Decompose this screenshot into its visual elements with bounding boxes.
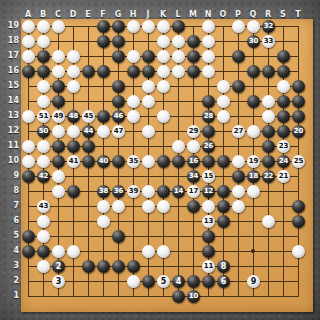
stone-D8 [67,185,80,198]
stone-G8-move-36: 36 [112,185,125,198]
stone-Q2-move-9: 9 [247,275,260,288]
stone-N9-move-15: 15 [202,170,215,183]
stone-T15 [292,80,305,93]
column-label-P: P [231,10,246,19]
row-label-5: 5 [2,231,19,240]
stone-R16 [262,65,275,78]
stone-A5 [22,230,35,243]
row-label-15: 15 [2,81,19,90]
hoshi-point [251,249,255,253]
stone-N18 [202,35,215,48]
stone-M16 [187,65,200,78]
stone-B9-move-42: 42 [37,170,50,183]
column-label-C: C [51,10,66,19]
column-label-Q: Q [246,10,261,19]
stone-C13-move-49: 49 [52,110,65,123]
stone-Q16 [247,65,260,78]
stone-S15 [277,80,290,93]
stone-M11 [187,140,200,153]
row-label-8: 8 [2,186,19,195]
stone-R12 [262,125,275,138]
goban[interactable]: 3230335149484546285044472927202623414035… [21,19,313,312]
column-label-H: H [126,10,141,19]
column-label-O: O [216,10,231,19]
stone-Q12 [247,125,260,138]
stone-A18 [22,35,35,48]
stone-C12 [52,125,65,138]
stone-K18 [157,35,170,48]
stone-P19 [232,20,245,33]
stone-S12 [277,125,290,138]
stone-B14 [37,95,50,108]
row-label-4: 4 [2,246,19,255]
go-diagram-screenshot: ABCDEFGHJKLMNOPQRST 19181716151413121110… [0,0,320,320]
stone-B10 [37,155,50,168]
stone-T14 [292,95,305,108]
stone-J7 [142,200,155,213]
grid-line-horizontal [28,266,299,267]
stone-G14 [112,95,125,108]
stone-G12-move-47: 47 [112,125,125,138]
grid-line-horizontal [28,221,299,222]
stone-H8-move-39: 39 [127,185,140,198]
stone-O6 [217,215,230,228]
stone-K15 [157,80,170,93]
stone-J14 [142,95,155,108]
stone-C9 [52,170,65,183]
stone-N7 [202,200,215,213]
stone-F19 [97,20,110,33]
stone-J19 [142,20,155,33]
stone-F6 [97,215,110,228]
column-label-J: J [141,10,156,19]
stone-E16 [82,65,95,78]
stone-L11 [172,140,185,153]
stone-J12 [142,125,155,138]
row-label-1: 1 [2,291,19,300]
column-label-F: F [96,10,111,19]
stone-H17 [127,50,140,63]
stone-F18 [97,35,110,48]
stone-N16 [202,65,215,78]
stone-G10 [112,155,125,168]
stone-G5 [112,230,125,243]
stone-B19 [37,20,50,33]
stone-B5 [37,230,50,243]
stone-A11 [22,140,35,153]
stone-C2-move-3: 3 [52,275,65,288]
stone-F12 [97,125,110,138]
stone-J16 [142,65,155,78]
stone-B13-move-51: 51 [37,110,50,123]
stone-Q18-move-30: 30 [247,35,260,48]
stone-B3 [37,260,50,273]
stone-G7 [112,200,125,213]
row-label-19: 19 [2,21,19,30]
stone-G15 [112,80,125,93]
stone-O15 [217,80,230,93]
row-label-18: 18 [2,36,19,45]
stone-Q8 [247,185,260,198]
stone-P15 [232,80,245,93]
stone-K10 [157,155,170,168]
stone-F13 [97,110,110,123]
stone-C17 [52,50,65,63]
stone-P9 [232,170,245,183]
row-label-10: 10 [2,156,19,165]
stone-M10-move-16: 16 [187,155,200,168]
stone-S17 [277,50,290,63]
stone-L16 [172,65,185,78]
stone-M9-move-34: 34 [187,170,200,183]
stone-T6 [292,215,305,228]
stone-K13 [157,110,170,123]
stone-B15 [37,80,50,93]
stone-E11 [82,140,95,153]
stone-T12-move-20: 20 [292,125,305,138]
stone-O14 [217,95,230,108]
stone-B4 [37,245,50,258]
stone-G19 [112,20,125,33]
column-label-B: B [36,10,51,19]
stone-L2-move-4: 4 [172,275,185,288]
stone-K8 [157,185,170,198]
stone-C10 [52,155,65,168]
stone-L8-move-14: 14 [172,185,185,198]
stone-R14 [262,95,275,108]
stone-H16 [127,65,140,78]
stone-G13-move-46: 46 [112,110,125,123]
stone-D4 [67,245,80,258]
stone-B16 [37,65,50,78]
stone-O2-move-6: 6 [217,275,230,288]
row-label-11: 11 [2,141,19,150]
stone-C14 [52,95,65,108]
stone-N8-move-12: 12 [202,185,215,198]
stone-A10 [22,155,35,168]
stone-P10 [232,155,245,168]
stone-A4 [22,245,35,258]
stone-M18 [187,35,200,48]
stone-B7-move-43: 43 [37,200,50,213]
stone-N6-move-13: 13 [202,215,215,228]
column-label-N: N [201,10,216,19]
stone-F3 [97,260,110,273]
stone-D13-move-48: 48 [67,110,80,123]
stone-N4 [202,245,215,258]
stone-H2 [127,275,140,288]
row-label-13: 13 [2,111,19,120]
stone-S14 [277,95,290,108]
stone-J17 [142,50,155,63]
stone-T13 [292,110,305,123]
stone-A16 [22,65,35,78]
row-label-16: 16 [2,66,19,75]
column-label-K: K [156,10,171,19]
column-label-M: M [186,10,201,19]
row-label-3: 3 [2,261,19,270]
stone-J2 [142,275,155,288]
stone-L19 [172,20,185,33]
stone-C8 [52,185,65,198]
stone-H14 [127,95,140,108]
stone-N10 [202,155,215,168]
stone-E3 [82,260,95,273]
row-label-6: 6 [2,216,19,225]
stone-H3 [127,260,140,273]
stone-P8 [232,185,245,198]
stone-O13 [217,110,230,123]
stone-D16 [67,65,80,78]
stone-F8-move-38: 38 [97,185,110,198]
stone-K4 [157,245,170,258]
stone-D15 [67,80,80,93]
stone-S13 [277,110,290,123]
stone-Q14 [247,95,260,108]
row-label-17: 17 [2,51,19,60]
stone-B6 [37,215,50,228]
stone-M1-move-10: 10 [187,290,200,303]
column-label-S: S [276,10,291,19]
stone-P12-move-27: 27 [232,125,245,138]
stone-J15 [142,80,155,93]
stone-Q9-move-18: 18 [247,170,260,183]
row-label-9: 9 [2,171,19,180]
stone-K16 [157,65,170,78]
stone-M7 [187,200,200,213]
stone-F10-move-40: 40 [97,155,110,168]
stone-S10-move-24: 24 [277,155,290,168]
stone-C16 [52,65,65,78]
column-label-A: A [21,10,36,19]
stone-C3-move-2: 2 [52,260,65,273]
stone-O10 [217,155,230,168]
stone-N11-move-26: 26 [202,140,215,153]
stone-R19-move-32: 32 [262,20,275,33]
stone-N12 [202,125,215,138]
stone-D12 [67,125,80,138]
stone-P7 [232,200,245,213]
stone-A13 [22,110,35,123]
stone-D17 [67,50,80,63]
stone-E13-move-45: 45 [82,110,95,123]
stone-B12-move-50: 50 [37,125,50,138]
stone-N17 [202,50,215,63]
stone-H13 [127,110,140,123]
stone-A17 [22,50,35,63]
stone-G17 [112,50,125,63]
row-label-12: 12 [2,126,19,135]
stone-M2 [187,275,200,288]
stone-C11 [52,140,65,153]
stone-E12-move-44: 44 [82,125,95,138]
stone-Q10-move-19: 19 [247,155,260,168]
stone-N13-move-28: 28 [202,110,215,123]
stone-M12-move-29: 29 [187,125,200,138]
stone-A19 [22,20,35,33]
stone-F16 [97,65,110,78]
stone-T4 [292,245,305,258]
row-label-14: 14 [2,96,19,105]
stone-N19 [202,20,215,33]
stone-K2-move-5: 5 [157,275,170,288]
stone-D11 [67,140,80,153]
stone-R6 [262,215,275,228]
stone-R18-move-33: 33 [262,35,275,48]
column-label-L: L [171,10,186,19]
column-label-R: R [261,10,276,19]
stone-N5 [202,230,215,243]
stone-A9 [22,170,35,183]
stone-B11 [37,140,50,153]
stone-N3-move-11: 11 [202,260,215,273]
stone-N14 [202,95,215,108]
stone-S9-move-21: 21 [277,170,290,183]
row-label-2: 2 [2,276,19,285]
stone-P17 [232,50,245,63]
stone-H19 [127,20,140,33]
stone-B17 [37,50,50,63]
grid-line-horizontal [28,296,299,297]
stone-J10 [142,155,155,168]
stone-K7 [157,200,170,213]
stone-R13 [262,110,275,123]
stone-N2 [202,275,215,288]
stone-C4 [52,245,65,258]
stone-L10 [172,155,185,168]
stone-D10-move-41: 41 [67,155,80,168]
stone-S11-move-23: 23 [277,140,290,153]
stone-H10-move-35: 35 [127,155,140,168]
stone-J4 [142,245,155,258]
column-label-D: D [66,10,81,19]
stone-R10 [262,155,275,168]
stone-K19 [157,20,170,33]
stone-O8 [217,185,230,198]
stone-O7 [217,200,230,213]
stone-L18 [172,35,185,48]
stone-O3-move-8: 8 [217,260,230,273]
stone-M8-move-17: 17 [187,185,200,198]
column-label-T: T [291,10,306,19]
stone-E10 [82,155,95,168]
stone-B18 [37,35,50,48]
stone-S16 [277,65,290,78]
stone-T7 [292,200,305,213]
stone-L17 [172,50,185,63]
stone-L1 [172,290,185,303]
column-label-G: G [111,10,126,19]
stone-G3 [112,260,125,273]
stone-K17 [157,50,170,63]
stone-C15 [52,80,65,93]
stone-R9-move-22: 22 [262,170,275,183]
stone-Q19 [247,20,260,33]
stone-J8 [142,185,155,198]
column-label-E: E [81,10,96,19]
row-label-7: 7 [2,201,19,210]
stone-C19 [52,20,65,33]
stone-R11 [262,140,275,153]
stone-M17 [187,50,200,63]
stone-T10-move-25: 25 [292,155,305,168]
stone-G18 [112,35,125,48]
grid-line-horizontal [28,236,299,237]
stone-F7 [97,200,110,213]
